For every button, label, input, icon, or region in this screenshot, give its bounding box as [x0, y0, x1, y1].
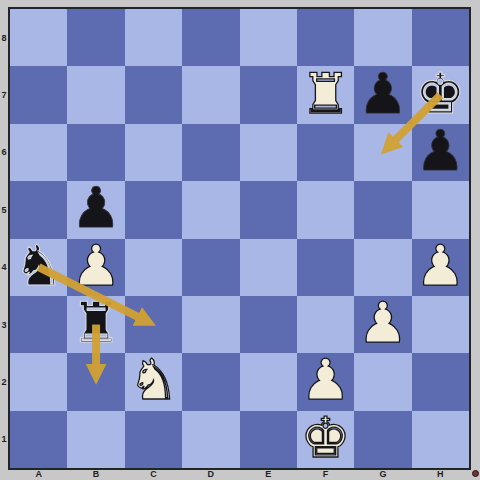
- record-dot-icon: [472, 470, 479, 477]
- rank-label-8: 8: [0, 9, 8, 66]
- square-c1[interactable]: [125, 411, 182, 468]
- chess-board: ♜♟♚♟♟♞♟♟♜♟♞♟♚: [8, 7, 471, 470]
- rank-label-7: 7: [0, 66, 8, 123]
- rank-label-4: 4: [0, 239, 8, 296]
- square-h7[interactable]: ♚: [412, 66, 469, 123]
- square-f3[interactable]: [297, 296, 354, 353]
- square-g8[interactable]: [354, 9, 411, 66]
- square-d4[interactable]: [182, 239, 239, 296]
- square-e4[interactable]: [240, 239, 297, 296]
- square-e7[interactable]: [240, 66, 297, 123]
- file-label-h: H: [412, 468, 469, 480]
- file-label-g: G: [354, 468, 411, 480]
- square-e5[interactable]: [240, 181, 297, 238]
- square-a3[interactable]: [10, 296, 67, 353]
- square-c8[interactable]: [125, 9, 182, 66]
- chess-app-frame: ♜♟♚♟♟♞♟♟♜♟♞♟♚ 87654321 ABCDEFGH: [0, 0, 480, 480]
- square-b2[interactable]: [67, 353, 124, 410]
- square-g1[interactable]: [354, 411, 411, 468]
- square-a7[interactable]: [10, 66, 67, 123]
- square-g2[interactable]: [354, 353, 411, 410]
- black-rook-b3[interactable]: ♜: [71, 294, 121, 351]
- square-h8[interactable]: [412, 9, 469, 66]
- square-d8[interactable]: [182, 9, 239, 66]
- white-king-f1[interactable]: ♚: [300, 409, 350, 466]
- rank-label-6: 6: [0, 124, 8, 181]
- square-c4[interactable]: [125, 239, 182, 296]
- square-a1[interactable]: [10, 411, 67, 468]
- square-e6[interactable]: [240, 124, 297, 181]
- rank-label-2: 2: [0, 353, 8, 410]
- square-d6[interactable]: [182, 124, 239, 181]
- black-pawn-g7[interactable]: ♟: [358, 65, 408, 122]
- square-a8[interactable]: [10, 9, 67, 66]
- black-pawn-h6[interactable]: ♟: [415, 122, 465, 179]
- square-d2[interactable]: [182, 353, 239, 410]
- black-king-h7[interactable]: ♚: [415, 65, 465, 122]
- square-a6[interactable]: [10, 124, 67, 181]
- file-label-e: E: [240, 468, 297, 480]
- square-g7[interactable]: ♟: [354, 66, 411, 123]
- rank-label-3: 3: [0, 296, 8, 353]
- white-pawn-f2[interactable]: ♟: [300, 351, 350, 408]
- square-f2[interactable]: ♟: [297, 353, 354, 410]
- square-a2[interactable]: [10, 353, 67, 410]
- white-pawn-h4[interactable]: ♟: [415, 237, 465, 294]
- white-pawn-g3[interactable]: ♟: [358, 294, 408, 351]
- square-a5[interactable]: [10, 181, 67, 238]
- square-f5[interactable]: [297, 181, 354, 238]
- square-e2[interactable]: [240, 353, 297, 410]
- square-a4[interactable]: ♞: [10, 239, 67, 296]
- square-g6[interactable]: [354, 124, 411, 181]
- square-f6[interactable]: [297, 124, 354, 181]
- square-c3[interactable]: [125, 296, 182, 353]
- square-b8[interactable]: [67, 9, 124, 66]
- square-h5[interactable]: [412, 181, 469, 238]
- square-e8[interactable]: [240, 9, 297, 66]
- square-f8[interactable]: [297, 9, 354, 66]
- square-e1[interactable]: [240, 411, 297, 468]
- square-h3[interactable]: [412, 296, 469, 353]
- file-label-f: F: [297, 468, 354, 480]
- square-f7[interactable]: ♜: [297, 66, 354, 123]
- square-c6[interactable]: [125, 124, 182, 181]
- square-c2[interactable]: ♞: [125, 353, 182, 410]
- square-b6[interactable]: [67, 124, 124, 181]
- square-g5[interactable]: [354, 181, 411, 238]
- square-d3[interactable]: [182, 296, 239, 353]
- square-g3[interactable]: ♟: [354, 296, 411, 353]
- square-h1[interactable]: [412, 411, 469, 468]
- rank-label-1: 1: [0, 411, 8, 468]
- file-label-b: B: [67, 468, 124, 480]
- square-h4[interactable]: ♟: [412, 239, 469, 296]
- file-label-a: A: [10, 468, 67, 480]
- file-label-d: D: [182, 468, 239, 480]
- square-b7[interactable]: [67, 66, 124, 123]
- square-h2[interactable]: [412, 353, 469, 410]
- square-f1[interactable]: ♚: [297, 411, 354, 468]
- black-pawn-b5[interactable]: ♟: [71, 179, 121, 236]
- square-e3[interactable]: [240, 296, 297, 353]
- square-b4[interactable]: ♟: [67, 239, 124, 296]
- black-knight-a4[interactable]: ♞: [14, 237, 64, 294]
- square-c5[interactable]: [125, 181, 182, 238]
- square-h6[interactable]: ♟: [412, 124, 469, 181]
- white-rook-f7[interactable]: ♜: [300, 65, 350, 122]
- square-g4[interactable]: [354, 239, 411, 296]
- square-f4[interactable]: [297, 239, 354, 296]
- rank-label-5: 5: [0, 181, 8, 238]
- square-c7[interactable]: [125, 66, 182, 123]
- square-d5[interactable]: [182, 181, 239, 238]
- square-b1[interactable]: [67, 411, 124, 468]
- file-label-c: C: [125, 468, 182, 480]
- square-d1[interactable]: [182, 411, 239, 468]
- square-d7[interactable]: [182, 66, 239, 123]
- square-b5[interactable]: ♟: [67, 181, 124, 238]
- white-pawn-b4[interactable]: ♟: [71, 237, 121, 294]
- white-knight-c2[interactable]: ♞: [128, 351, 178, 408]
- square-b3[interactable]: ♜: [67, 296, 124, 353]
